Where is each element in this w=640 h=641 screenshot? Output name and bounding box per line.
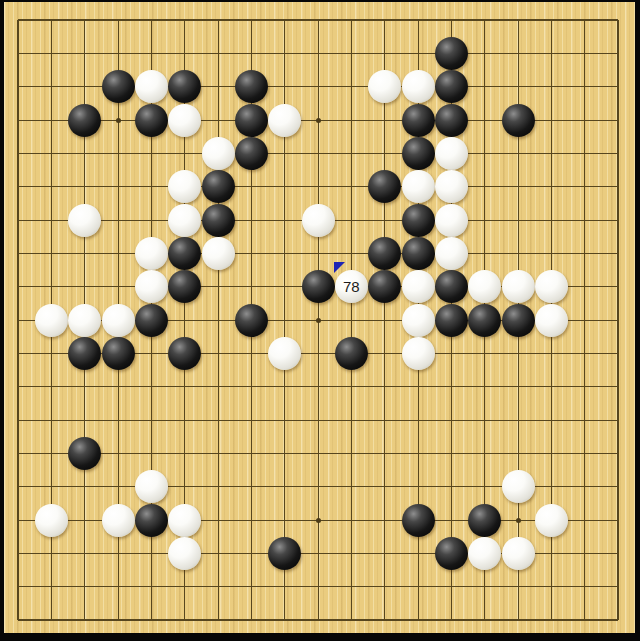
black-stone [68,337,101,370]
white-stone [435,137,468,170]
star-point [316,118,321,123]
black-stone [135,104,168,137]
white-stone [302,204,335,237]
white-stone [535,270,568,303]
black-stone [368,237,401,270]
white-stone [202,237,235,270]
black-stone [435,104,468,137]
black-stone [468,304,501,337]
white-stone [35,304,68,337]
white-stone [435,170,468,203]
black-stone [235,104,268,137]
black-stone [335,337,368,370]
star-point [316,318,321,323]
white-stone [135,270,168,303]
black-stone [402,504,435,537]
black-stone [68,437,101,470]
white-stone [535,304,568,337]
white-stone [402,270,435,303]
white-stone [35,504,68,537]
black-stone [402,104,435,137]
go-board[interactable]: 78 [4,2,635,633]
black-stone [102,70,135,103]
black-stone [435,37,468,70]
white-stone [502,470,535,503]
white-stone [402,170,435,203]
white-stone [168,504,201,537]
white-stone [68,204,101,237]
black-stone [435,304,468,337]
black-stone [435,537,468,570]
black-stone [502,104,535,137]
white-stone [268,337,301,370]
white-stone [402,337,435,370]
black-stone [402,137,435,170]
white-stone [502,270,535,303]
black-stone [235,137,268,170]
move-number-label: 78 [335,270,368,303]
white-stone [535,504,568,537]
black-stone [235,70,268,103]
black-stone [202,204,235,237]
white-stone [435,204,468,237]
black-stone [435,270,468,303]
black-stone [302,270,335,303]
white-stone [102,304,135,337]
black-stone [168,337,201,370]
white-stone [402,304,435,337]
white-stone [202,137,235,170]
black-stone [468,504,501,537]
white-stone: 78 [335,270,368,303]
black-stone [135,304,168,337]
white-stone [102,504,135,537]
black-stone [68,104,101,137]
white-stone [135,470,168,503]
white-stone [168,104,201,137]
black-stone [235,304,268,337]
black-stone [402,237,435,270]
black-stone [502,304,535,337]
star-point [516,518,521,523]
black-stone [402,204,435,237]
white-stone [168,204,201,237]
black-stone [102,337,135,370]
white-stone [435,237,468,270]
black-stone [435,70,468,103]
white-stone [135,237,168,270]
white-stone [402,70,435,103]
black-stone [202,170,235,203]
black-stone [135,504,168,537]
white-stone [468,537,501,570]
star-point [316,518,321,523]
star-point [116,118,121,123]
white-stone [268,104,301,137]
white-stone [502,537,535,570]
white-stone [135,70,168,103]
black-stone [268,537,301,570]
black-stone [168,237,201,270]
white-stone [68,304,101,337]
white-stone [168,537,201,570]
board-frame: 78 [0,0,640,641]
